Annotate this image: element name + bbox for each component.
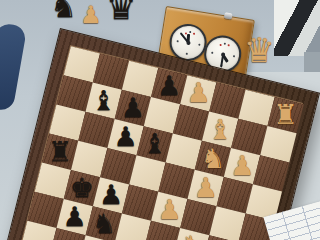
black-knight-f6[interactable]: ♞ <box>89 209 119 239</box>
black-pawn-b6[interactable]: ♟ <box>118 93 148 123</box>
black-bishop-c5[interactable]: ♝ <box>140 129 170 159</box>
striped-banner <box>274 0 320 56</box>
player-hand <box>0 79 1 102</box>
white-pawn-c2[interactable]: ♟ <box>227 151 257 181</box>
captured-black-queen: ♛ <box>106 0 136 24</box>
white-pawn-e4[interactable]: ♟ <box>154 195 184 225</box>
black-pawn-a5[interactable]: ♟ <box>154 71 184 101</box>
white-pawn-a4[interactable]: ♟ <box>183 78 213 108</box>
clock-right-minute-hand <box>220 54 224 67</box>
clock-left-hour-hand <box>187 33 191 42</box>
captured-white-queen: ♛ <box>244 33 274 67</box>
black-rook-d8[interactable]: ♜ <box>45 137 75 167</box>
photo-stage: ♞ ♟ ♛ ♛ ♜♜♝♚♟♟♟♟♞♟♟♟♝♝♟♟♝♞♟♞♟♟♟♟♜♚ <box>0 0 320 240</box>
clock-button-icon <box>224 12 233 19</box>
white-pawn-d3[interactable]: ♟ <box>191 173 221 203</box>
clock-dial-ticks <box>189 30 191 32</box>
white-bishop-b3[interactable]: ♝ <box>205 115 235 145</box>
black-bishop-b7[interactable]: ♝ <box>89 86 119 116</box>
black-pawn-e6[interactable]: ♟ <box>96 180 126 210</box>
white-knight-c3[interactable]: ♞ <box>198 144 228 174</box>
white-rook-a1[interactable]: ♜ <box>271 100 301 130</box>
black-pawn-c6[interactable]: ♟ <box>111 122 141 152</box>
clock-dial-ticks <box>223 42 225 44</box>
white-knight-f3[interactable]: ♞ <box>176 231 206 240</box>
captured-black-knight: ♞ <box>50 0 77 22</box>
black-king-e7[interactable]: ♚ <box>67 173 97 203</box>
black-pawn-f7[interactable]: ♟ <box>60 202 90 232</box>
player-arm <box>0 22 27 112</box>
captured-white-pawn: ♟ <box>80 3 102 27</box>
